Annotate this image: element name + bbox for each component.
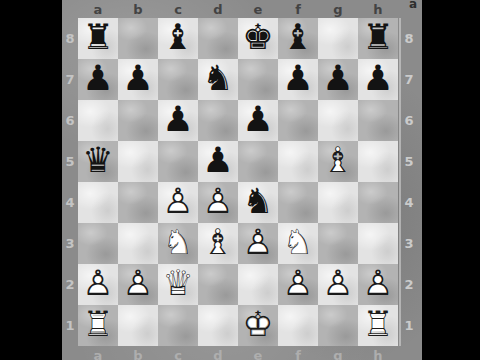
- piece-black-pawn[interactable]: ♟: [78, 59, 118, 100]
- piece-black-pawn[interactable]: ♟: [238, 100, 278, 141]
- square-b3[interactable]: [118, 223, 158, 264]
- piece-white-pawn[interactable]: ♟♙: [158, 182, 198, 223]
- square-f7[interactable]: ♟: [278, 59, 318, 100]
- piece-white-knight[interactable]: ♞♘: [158, 223, 198, 264]
- white-piece-outline: ♔: [242, 307, 273, 342]
- square-g7[interactable]: ♟: [318, 59, 358, 100]
- piece-white-pawn[interactable]: ♟♙: [358, 264, 398, 305]
- square-c6[interactable]: ♟: [158, 100, 198, 141]
- square-a6[interactable]: [78, 100, 118, 141]
- white-piece-outline: ♘: [282, 225, 313, 260]
- square-f6[interactable]: [278, 100, 318, 141]
- file-label-bottom-c: c: [158, 347, 198, 360]
- white-piece-outline: ♙: [202, 184, 233, 219]
- piece-black-king[interactable]: ♚: [238, 18, 278, 59]
- square-c7[interactable]: [158, 59, 198, 100]
- square-a4[interactable]: [78, 182, 118, 223]
- square-f5[interactable]: [278, 141, 318, 182]
- rank-label-right-5: 5: [398, 141, 420, 182]
- file-label-bottom-f: f: [278, 347, 318, 360]
- rank-label-right-7: 7: [398, 59, 420, 100]
- file-label-top-e: e: [238, 1, 278, 18]
- piece-white-queen[interactable]: ♛♕: [158, 264, 198, 305]
- square-g6[interactable]: [318, 100, 358, 141]
- square-b8[interactable]: [118, 18, 158, 59]
- piece-white-pawn[interactable]: ♟♙: [278, 264, 318, 305]
- file-label-bottom-a: a: [78, 347, 118, 360]
- square-e2[interactable]: [238, 264, 278, 305]
- piece-black-rook[interactable]: ♜: [358, 18, 398, 59]
- piece-white-pawn[interactable]: ♟♙: [238, 223, 278, 264]
- piece-black-pawn[interactable]: ♟: [118, 59, 158, 100]
- piece-black-knight[interactable]: ♞: [238, 182, 278, 223]
- rank-label-left-5: 5: [62, 141, 78, 182]
- white-piece-outline: ♙: [162, 184, 193, 219]
- square-b1[interactable]: [118, 305, 158, 346]
- piece-black-pawn[interactable]: ♟: [198, 141, 238, 182]
- chess-board[interactable]: ♜♝♚♝♜♟♟♞♟♟♟♟♟♛♟♝♗♟♙♟♙♞♞♘♝♗♟♙♞♘♟♙♟♙♛♕♟♙♟♙…: [78, 18, 398, 346]
- rank-label-left-1: 1: [62, 305, 78, 346]
- square-f8[interactable]: ♝: [278, 18, 318, 59]
- square-h8[interactable]: ♜: [358, 18, 398, 59]
- black-piece-glyph: ♟: [282, 61, 313, 96]
- square-d4[interactable]: ♟♙: [198, 182, 238, 223]
- black-piece-glyph: ♟: [122, 61, 153, 96]
- black-piece-glyph: ♝: [162, 20, 193, 55]
- piece-white-knight[interactable]: ♞♘: [278, 223, 318, 264]
- piece-black-bishop[interactable]: ♝: [158, 18, 198, 59]
- square-g5[interactable]: ♝♗: [318, 141, 358, 182]
- square-e5[interactable]: [238, 141, 278, 182]
- square-c3[interactable]: ♞♘: [158, 223, 198, 264]
- square-a5[interactable]: ♛: [78, 141, 118, 182]
- square-e8[interactable]: ♚: [238, 18, 278, 59]
- piece-white-bishop[interactable]: ♝♗: [198, 223, 238, 264]
- square-h1[interactable]: ♜♖: [358, 305, 398, 346]
- piece-black-rook[interactable]: ♜: [78, 18, 118, 59]
- chess-board-panel: a ♜♝♚♝♜♟♟♞♟♟♟♟♟♛♟♝♗♟♙♟♙♞♞♘♝♗♟♙♞♘♟♙♟♙♛♕♟♙…: [62, 0, 422, 360]
- square-e6[interactable]: ♟: [238, 100, 278, 141]
- square-a8[interactable]: ♜: [78, 18, 118, 59]
- file-label-top-f: f: [278, 1, 318, 18]
- square-a1[interactable]: ♜♖: [78, 305, 118, 346]
- square-h6[interactable]: [358, 100, 398, 141]
- square-f4[interactable]: [278, 182, 318, 223]
- square-g1[interactable]: [318, 305, 358, 346]
- black-piece-glyph: ♚: [242, 20, 273, 55]
- white-piece-outline: ♗: [202, 225, 233, 260]
- piece-black-pawn[interactable]: ♟: [278, 59, 318, 100]
- square-c5[interactable]: [158, 141, 198, 182]
- black-piece-glyph: ♜: [362, 20, 393, 55]
- square-g4[interactable]: [318, 182, 358, 223]
- file-label-bottom-g: g: [318, 347, 358, 360]
- corner-file-label: a: [406, 0, 420, 11]
- black-piece-glyph: ♜: [82, 20, 113, 55]
- piece-black-pawn[interactable]: ♟: [358, 59, 398, 100]
- white-piece-outline: ♙: [242, 225, 273, 260]
- piece-white-pawn[interactable]: ♟♙: [318, 264, 358, 305]
- piece-black-pawn[interactable]: ♟: [158, 100, 198, 141]
- square-c2[interactable]: ♛♕: [158, 264, 198, 305]
- piece-white-rook[interactable]: ♜♖: [78, 305, 118, 346]
- white-piece-outline: ♙: [322, 266, 353, 301]
- square-h2[interactable]: ♟♙: [358, 264, 398, 305]
- video-frame-background: a ♜♝♚♝♜♟♟♞♟♟♟♟♟♛♟♝♗♟♙♟♙♞♞♘♝♗♟♙♞♘♟♙♟♙♛♕♟♙…: [0, 0, 480, 360]
- white-piece-outline: ♙: [362, 266, 393, 301]
- square-d7[interactable]: ♞: [198, 59, 238, 100]
- file-label-top-a: a: [78, 1, 118, 18]
- piece-black-pawn[interactable]: ♟: [318, 59, 358, 100]
- black-piece-glyph: ♛: [82, 143, 113, 178]
- square-a2[interactable]: ♟♙: [78, 264, 118, 305]
- rank-label-left-4: 4: [62, 182, 78, 223]
- file-label-bottom-d: d: [198, 347, 238, 360]
- square-g8[interactable]: [318, 18, 358, 59]
- square-f2[interactable]: ♟♙: [278, 264, 318, 305]
- file-label-top-c: c: [158, 1, 198, 18]
- square-a3[interactable]: [78, 223, 118, 264]
- square-c4[interactable]: ♟♙: [158, 182, 198, 223]
- black-piece-glyph: ♟: [202, 143, 233, 178]
- black-piece-glyph: ♞: [202, 61, 233, 96]
- square-h5[interactable]: [358, 141, 398, 182]
- black-piece-glyph: ♟: [322, 61, 353, 96]
- square-e7[interactable]: [238, 59, 278, 100]
- rank-label-left-2: 2: [62, 264, 78, 305]
- piece-black-bishop[interactable]: ♝: [278, 18, 318, 59]
- square-h3[interactable]: [358, 223, 398, 264]
- file-label-bottom-b: b: [118, 347, 158, 360]
- rank-label-right-3: 3: [398, 223, 420, 264]
- white-piece-outline: ♙: [282, 266, 313, 301]
- square-d1[interactable]: [198, 305, 238, 346]
- square-e1[interactable]: ♚♔: [238, 305, 278, 346]
- piece-white-pawn[interactable]: ♟♙: [198, 182, 238, 223]
- square-c1[interactable]: [158, 305, 198, 346]
- rank-label-right-4: 4: [398, 182, 420, 223]
- file-label-top-b: b: [118, 1, 158, 18]
- rank-label-left-7: 7: [62, 59, 78, 100]
- square-b2[interactable]: ♟♙: [118, 264, 158, 305]
- white-piece-outline: ♙: [122, 266, 153, 301]
- white-piece-outline: ♖: [82, 307, 113, 342]
- piece-white-rook[interactable]: ♜♖: [358, 305, 398, 346]
- rank-label-right-8: 8: [398, 18, 420, 59]
- square-g3[interactable]: [318, 223, 358, 264]
- file-label-bottom-e: e: [238, 347, 278, 360]
- square-c8[interactable]: ♝: [158, 18, 198, 59]
- piece-white-pawn[interactable]: ♟♙: [78, 264, 118, 305]
- piece-black-queen[interactable]: ♛: [78, 141, 118, 182]
- rank-label-left-6: 6: [62, 100, 78, 141]
- white-piece-outline: ♖: [362, 307, 393, 342]
- white-piece-outline: ♕: [162, 266, 193, 301]
- square-b6[interactable]: [118, 100, 158, 141]
- square-b7[interactable]: ♟: [118, 59, 158, 100]
- piece-white-bishop[interactable]: ♝♗: [318, 141, 358, 182]
- rank-label-right-1: 1: [398, 305, 420, 346]
- white-piece-outline: ♙: [82, 266, 113, 301]
- square-g2[interactable]: ♟♙: [318, 264, 358, 305]
- white-piece-outline: ♘: [162, 225, 193, 260]
- black-piece-glyph: ♟: [242, 102, 273, 137]
- black-piece-glyph: ♟: [82, 61, 113, 96]
- square-d2[interactable]: [198, 264, 238, 305]
- black-piece-glyph: ♟: [362, 61, 393, 96]
- square-b4[interactable]: [118, 182, 158, 223]
- piece-black-knight[interactable]: ♞: [198, 59, 238, 100]
- white-piece-outline: ♗: [322, 143, 353, 178]
- file-label-bottom-h: h: [358, 347, 398, 360]
- square-h7[interactable]: ♟: [358, 59, 398, 100]
- file-label-top-d: d: [198, 1, 238, 18]
- file-label-top-h: h: [358, 1, 398, 18]
- square-e4[interactable]: ♞: [238, 182, 278, 223]
- piece-white-king[interactable]: ♚♔: [238, 305, 278, 346]
- black-piece-glyph: ♝: [282, 20, 313, 55]
- piece-white-pawn[interactable]: ♟♙: [118, 264, 158, 305]
- square-d8[interactable]: [198, 18, 238, 59]
- square-d3[interactable]: ♝♗: [198, 223, 238, 264]
- rank-label-right-2: 2: [398, 264, 420, 305]
- black-piece-glyph: ♟: [162, 102, 193, 137]
- square-d6[interactable]: [198, 100, 238, 141]
- square-h4[interactable]: [358, 182, 398, 223]
- black-piece-glyph: ♞: [242, 184, 273, 219]
- rank-label-right-6: 6: [398, 100, 420, 141]
- rank-label-left-8: 8: [62, 18, 78, 59]
- square-f3[interactable]: ♞♘: [278, 223, 318, 264]
- square-f1[interactable]: [278, 305, 318, 346]
- file-label-top-g: g: [318, 1, 358, 18]
- square-d5[interactable]: ♟: [198, 141, 238, 182]
- square-b5[interactable]: [118, 141, 158, 182]
- square-e3[interactable]: ♟♙: [238, 223, 278, 264]
- rank-label-left-3: 3: [62, 223, 78, 264]
- square-a7[interactable]: ♟: [78, 59, 118, 100]
